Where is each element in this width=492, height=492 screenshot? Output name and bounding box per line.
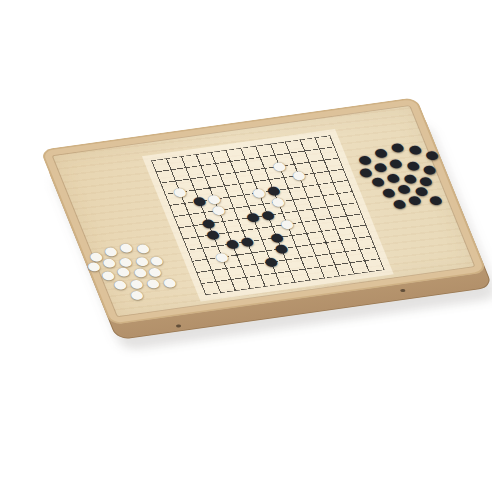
- white-pile-stone: ●: [144, 277, 161, 290]
- board-cell[interactable]: [374, 263, 393, 276]
- white-pile-stone: ●: [111, 278, 128, 291]
- black-pile-stone: ●: [406, 143, 423, 156]
- tray-hole: [175, 324, 181, 328]
- black-pile-stone: ●: [427, 194, 444, 207]
- tray-hole: [400, 289, 406, 293]
- black-pile-stone: ●: [391, 197, 408, 210]
- white-pile-stone: ●: [117, 241, 134, 254]
- product-photo-scene: ●●●●●●●●●●●●●●●●●●●● ●●●●●●●●●●●●●●●●●●●…: [0, 0, 492, 492]
- white-pile-stone: ●: [128, 289, 145, 302]
- black-pile-stone: ●: [389, 141, 406, 154]
- white-pile-stone: ●: [161, 276, 178, 289]
- black-pile-stone: ●: [423, 149, 440, 162]
- black-pile-stone: ●: [387, 157, 404, 170]
